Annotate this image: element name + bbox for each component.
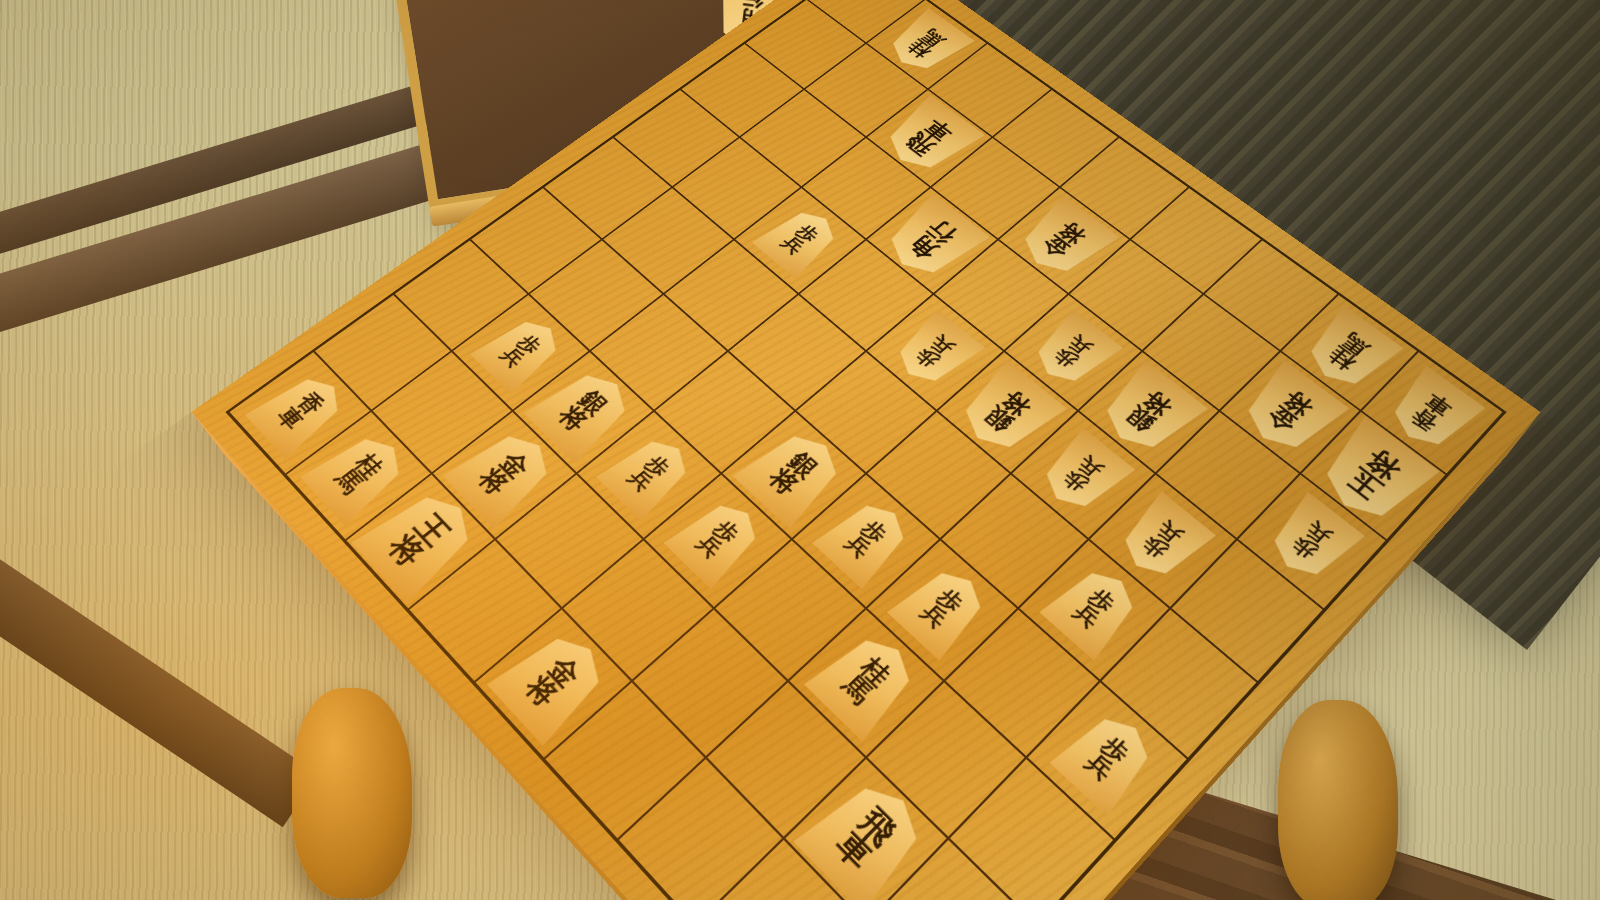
piece-kanji-char: 車 xyxy=(273,404,307,433)
piece-kanji-char: 金 xyxy=(544,652,586,692)
piece-kanji-char: 金 xyxy=(496,448,535,482)
piece-kanji-char: 兵 xyxy=(1303,518,1335,547)
piece-kanji-char: 飛 xyxy=(854,803,901,850)
piece-kanji-char: 馬 xyxy=(330,466,366,498)
piece-kanji-char: 歩 xyxy=(641,453,672,481)
piece-kanji-char: 歩 xyxy=(858,517,890,546)
piece-kanji-char: 将 xyxy=(474,465,513,500)
piece-kanji-char: 兵 xyxy=(1075,453,1106,481)
piece-kanji-char: 馬 xyxy=(837,672,876,709)
piece-kanji-char: 兵 xyxy=(1154,517,1186,546)
board-leg-right xyxy=(1278,700,1398,900)
tatami-border-band xyxy=(0,517,319,827)
piece-kanji-char: 歩 xyxy=(1085,585,1118,616)
piece-kanji-char: 将 xyxy=(384,529,430,571)
piece-kanji-char: 兵 xyxy=(917,601,950,632)
piece-kanji-char: 歩 xyxy=(1289,532,1321,562)
piece-kanji-char: 歩 xyxy=(933,585,966,616)
piece-kanji-char: 将 xyxy=(1360,445,1404,484)
piece-kanji-char: 将 xyxy=(764,465,803,500)
board-leg-left xyxy=(292,688,412,898)
piece-kanji-char: 兵 xyxy=(1070,601,1103,632)
piece-kanji-char: 歩 xyxy=(1060,466,1092,494)
piece-kanji-char: 将 xyxy=(1138,387,1176,420)
piece-kanji-char: 桂 xyxy=(351,451,387,483)
piece-kanji-char: 桂 xyxy=(856,654,895,691)
piece-kanji-char: 銀 xyxy=(575,387,613,420)
piece-kanji-char: 歩 xyxy=(1098,733,1133,767)
piece-kanji-char: 車 xyxy=(831,826,878,874)
piece-kanji-char: 将 xyxy=(521,672,563,712)
piece-kanji-char: 銀 xyxy=(784,448,823,482)
piece-kanji-char: 玉 xyxy=(1342,464,1387,504)
piece-kanji-char: 車 xyxy=(1422,390,1456,419)
piece-kanji-char: 将 xyxy=(997,387,1035,420)
piece-kanji-char: 兵 xyxy=(693,532,725,561)
piece-kanji-char: 兵 xyxy=(842,532,874,561)
piece-kanji-char: 将 xyxy=(1279,387,1317,420)
piece-kanji-char: 王 xyxy=(410,509,455,550)
piece-kanji-char: 兵 xyxy=(1082,750,1117,784)
shogi-photo-scene: 角行 桂馬桂馬香車飛車金将金将玉将角行歩兵銀将歩兵歩兵歩兵銀将歩兵歩兵歩兵銀将歩… xyxy=(0,0,1600,900)
piece-kanji-char: 歩 xyxy=(1139,532,1171,561)
piece-kanji-char: 兵 xyxy=(625,466,657,494)
piece-kanji-char: 歩 xyxy=(710,517,742,546)
